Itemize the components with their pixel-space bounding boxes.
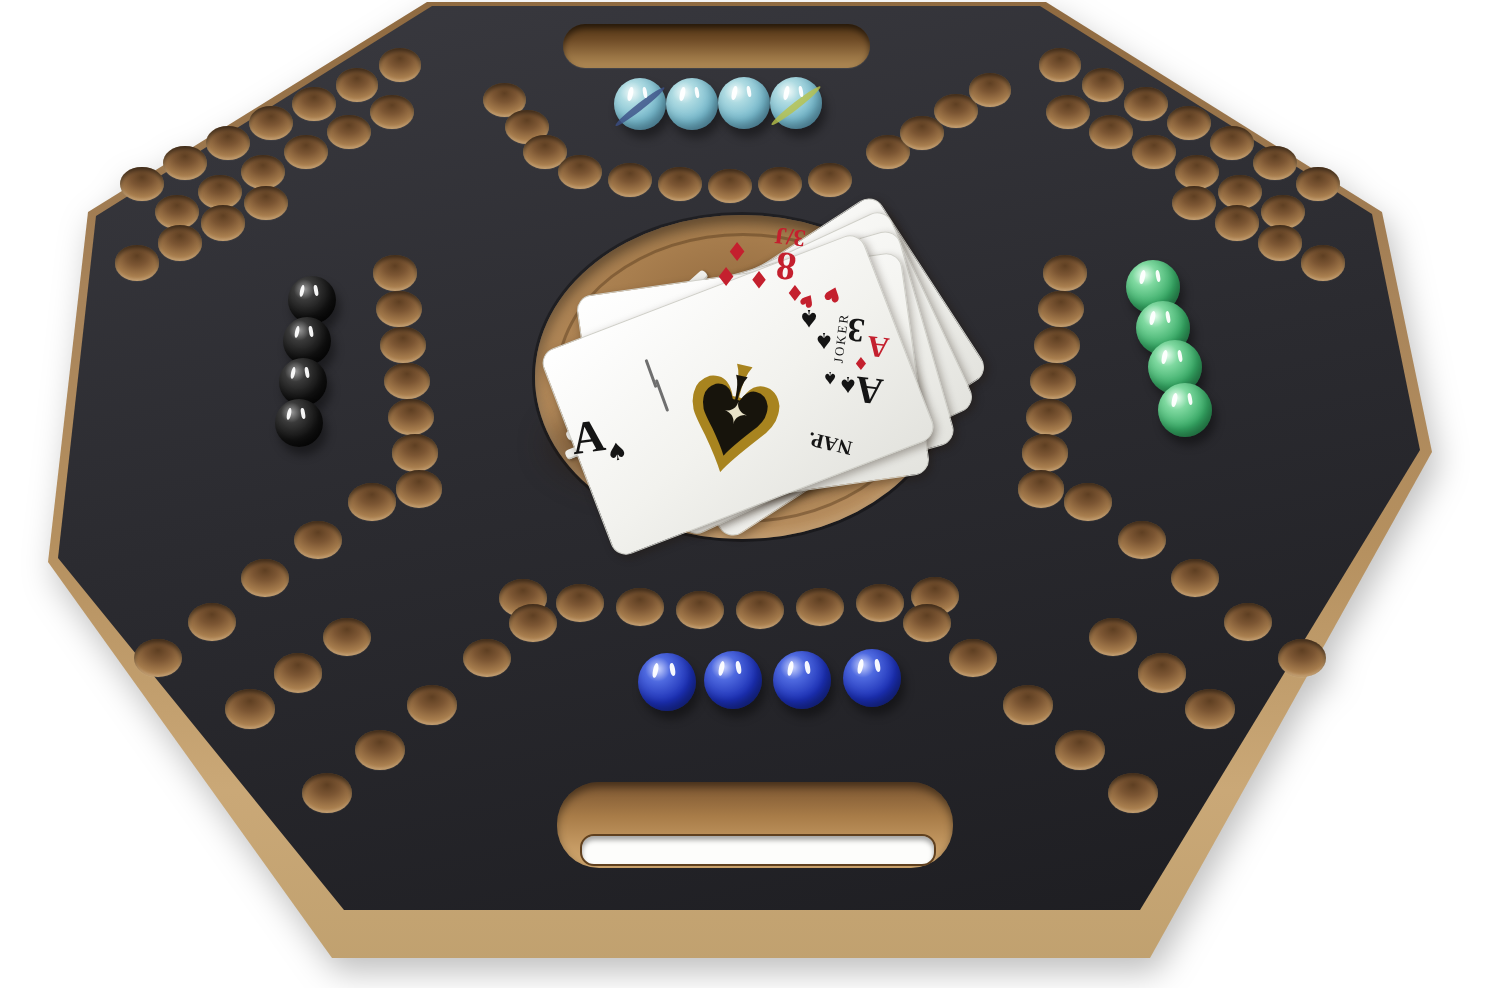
card-mark-pip: ♦ — [748, 267, 770, 291]
marble-highlight — [290, 366, 297, 379]
marble-highlight — [1161, 349, 1169, 364]
board-hole-top_arc[interactable] — [658, 167, 702, 202]
marble-highlight — [804, 661, 811, 674]
board-hole-left-home-column-mirrored[interactable] — [1026, 399, 1072, 436]
board-hole-bl-diagonal-outer-mirrored[interactable] — [1171, 559, 1219, 597]
board-hole-bl-diagonal-middle[interactable] — [355, 730, 405, 770]
green-marble[interactable] — [1158, 383, 1212, 437]
board-hole-tl-diagonal-outer[interactable] — [206, 126, 249, 160]
board-hole-bottom_arc[interactable] — [616, 588, 664, 627]
board-hole-left-home-column[interactable] — [388, 399, 434, 436]
board-hole-tl-diagonal-outer-mirrored[interactable] — [1210, 126, 1253, 160]
board-hole-tl-diagonal-outer[interactable] — [163, 146, 207, 180]
marble-highlight — [294, 325, 301, 338]
board-hole-tl-diagonal-outer[interactable] — [336, 68, 379, 102]
board-hole-bl-diagonal-outer-mirrored[interactable] — [1278, 639, 1327, 678]
board-hole-left-home-column[interactable] — [376, 291, 421, 327]
marble-highlight — [678, 87, 685, 101]
board-hole-left-home-column-mirrored[interactable] — [1030, 363, 1076, 399]
board-hole-bl-diagonal-outer[interactable] — [348, 483, 395, 521]
light-blue-marble[interactable] — [718, 77, 770, 129]
board-hole-tl-diagonal-middle[interactable] — [241, 155, 285, 190]
board-hole-bl-diagonal-middle-mirrored[interactable] — [903, 604, 951, 643]
board-hole-bl-diagonal-outer[interactable] — [294, 521, 341, 559]
card-mark-A: A — [865, 331, 890, 363]
board-hole-left-home-column-mirrored[interactable] — [1022, 434, 1069, 471]
card-mark-pip: ♦ — [714, 263, 737, 289]
board-hole-bl-diagonal-middle-mirrored[interactable] — [1003, 685, 1052, 724]
board-hole-left-home-column-mirrored[interactable] — [1038, 291, 1083, 327]
board-hole-left-home-column-mirrored[interactable] — [1034, 327, 1079, 363]
marble-highlight — [718, 661, 726, 677]
board-hole-tl-diagonal-outer-mirrored[interactable] — [1253, 146, 1297, 180]
marble-highlight — [305, 366, 311, 377]
board-hole-tl-diagonal-outer[interactable] — [292, 87, 335, 121]
board-hole-bl-diagonal-middle[interactable] — [407, 685, 456, 724]
marble-highlight — [314, 284, 320, 295]
board-hole-bottom_arc[interactable] — [796, 588, 844, 627]
jackaroo-board-photo: 3/J8♦♦♦♦♥♥3♠♠A♦JOKERA♠♠♠♠✦A♠NAP. — [0, 0, 1500, 988]
board-hole-top_arc[interactable] — [708, 169, 752, 204]
marble-highlight — [1155, 269, 1161, 281]
board-hole-tl-diagonal-inner-mirrored[interactable] — [1215, 205, 1259, 240]
blue-marble[interactable] — [843, 649, 901, 707]
board-hole-left-home-column[interactable] — [380, 327, 425, 363]
board-hole-bl-diagonal-inner-mirrored[interactable] — [1185, 689, 1234, 728]
marble-highlight — [652, 663, 660, 679]
board-hole-left-home-column[interactable] — [384, 363, 430, 399]
blue-marble[interactable] — [704, 651, 762, 709]
board-hole-tl-diagonal-middle-mirrored[interactable] — [1132, 135, 1176, 169]
marble-highlight — [1187, 392, 1193, 404]
board-hole-tl-diagonal-middle[interactable] — [370, 95, 413, 129]
bottom-carry-handle[interactable] — [557, 782, 953, 868]
board-hole-tl-diagonal-inner-mirrored[interactable] — [1258, 225, 1302, 260]
board-hole-top_arc[interactable] — [558, 155, 602, 190]
marble-highlight — [1171, 392, 1179, 407]
board-hole-tl-diagonal-inner[interactable] — [115, 245, 160, 280]
card-mark-A: A — [568, 412, 607, 462]
bottom-handle-slot — [580, 834, 936, 866]
marble-highlight — [1149, 310, 1157, 325]
marble-highlight — [309, 325, 315, 336]
board-hole-top_arc[interactable] — [758, 167, 802, 202]
marble-highlight — [286, 407, 293, 420]
marble-highlight — [735, 661, 742, 674]
marble-highlight — [694, 87, 700, 99]
board-hole-bl-diagonal-middle-mirrored[interactable] — [1108, 773, 1158, 813]
board-hole-left-home-column-mirrored[interactable] — [1043, 255, 1088, 290]
marble-highlight — [299, 284, 306, 297]
board-hole-tl-diagonal-outer-mirrored[interactable] — [1082, 68, 1125, 102]
marble-highlight — [746, 86, 752, 98]
board-hole-bl-diagonal-middle[interactable] — [509, 604, 557, 643]
marble-highlight — [730, 86, 737, 100]
board-hole-tl-diagonal-outer-mirrored[interactable] — [1296, 167, 1340, 202]
board-hole-top_arc[interactable] — [934, 94, 977, 128]
board-hole-tl-diagonal-middle-mirrored[interactable] — [1261, 195, 1305, 230]
board-hole-tl-diagonal-middle[interactable] — [327, 115, 370, 149]
blue-marble[interactable] — [638, 653, 696, 711]
board-hole-tl-diagonal-outer-mirrored[interactable] — [1124, 87, 1167, 121]
board-hole-bl-diagonal-inner[interactable] — [274, 653, 323, 692]
marble-highlight — [874, 659, 881, 672]
board-hole-tl-diagonal-middle[interactable] — [284, 135, 328, 169]
board-hole-left-home-column-mirrored[interactable] — [1018, 470, 1065, 507]
board-hole-tl-diagonal-middle-mirrored[interactable] — [1218, 175, 1262, 210]
blue-marble[interactable] — [773, 651, 831, 709]
board-hole-bl-diagonal-outer[interactable] — [241, 559, 289, 597]
card-mark-pip: ♠ — [822, 369, 837, 386]
board-hole-tl-diagonal-middle-mirrored[interactable] — [1089, 115, 1132, 149]
board-hole-bl-diagonal-middle[interactable] — [302, 773, 352, 813]
board-hole-bottom_arc[interactable] — [736, 591, 784, 630]
board-hole-bottom_arc[interactable] — [556, 584, 604, 622]
board-hole-top_arc[interactable] — [969, 73, 1012, 107]
board-hole-tl-diagonal-inner-mirrored[interactable] — [1301, 245, 1346, 280]
board-hole-bl-diagonal-outer-mirrored[interactable] — [1224, 603, 1272, 642]
light-blue-marble[interactable] — [770, 77, 822, 129]
board-hole-left-home-column[interactable] — [396, 470, 443, 507]
top-carry-handle[interactable] — [563, 24, 870, 68]
marble-highlight — [857, 659, 865, 675]
board-hole-tl-diagonal-middle-mirrored[interactable] — [1175, 155, 1219, 190]
board-hole-left-home-column[interactable] — [392, 434, 439, 471]
marble-highlight — [782, 86, 789, 100]
board-hole-tl-diagonal-outer-mirrored[interactable] — [1167, 106, 1210, 140]
light-blue-marble[interactable] — [614, 78, 666, 130]
board-hole-top_arc[interactable] — [808, 163, 852, 198]
board-hole-tl-diagonal-outer[interactable] — [249, 106, 292, 140]
board-hole-bl-diagonal-middle-mirrored[interactable] — [1055, 730, 1105, 770]
marble-highlight — [787, 661, 795, 677]
board-hole-tl-diagonal-outer-mirrored[interactable] — [1039, 48, 1082, 82]
marble-highlight — [1165, 310, 1171, 322]
board-hole-bl-diagonal-outer-mirrored[interactable] — [1064, 483, 1111, 521]
marble-highlight — [626, 87, 633, 101]
marble-highlight — [1139, 269, 1147, 284]
board-hole-tl-diagonal-inner-mirrored[interactable] — [1172, 186, 1216, 221]
marble-highlight — [642, 87, 648, 99]
board-hole-bl-diagonal-inner-mirrored[interactable] — [1138, 653, 1187, 692]
board-hole-tl-diagonal-inner[interactable] — [244, 186, 288, 221]
card-mark-pip: ♠ — [605, 439, 630, 466]
board-hole-bottom_arc[interactable] — [856, 584, 904, 622]
marble-highlight — [669, 663, 676, 676]
board-hole-bl-diagonal-outer[interactable] — [188, 603, 236, 642]
board-hole-tl-diagonal-middle-mirrored[interactable] — [1046, 95, 1089, 129]
black-marble[interactable] — [275, 399, 323, 447]
board-hole-bl-diagonal-inner[interactable] — [225, 689, 274, 728]
board-hole-top_arc[interactable] — [608, 163, 652, 198]
board-hole-tl-diagonal-middle[interactable] — [198, 175, 242, 210]
light-blue-marble[interactable] — [666, 78, 718, 130]
board-hole-tl-diagonal-inner[interactable] — [201, 205, 245, 240]
board-hole-tl-diagonal-middle[interactable] — [155, 195, 199, 230]
board: 3/J8♦♦♦♦♥♥3♠♠A♦JOKERA♠♠♠♠✦A♠NAP. — [0, 0, 1500, 988]
card-mark-pip: ♠ — [838, 373, 858, 395]
marble-highlight — [798, 86, 804, 98]
marble-highlight — [1177, 349, 1183, 361]
board-hole-bl-diagonal-outer-mirrored[interactable] — [1118, 521, 1165, 559]
board-hole-tl-diagonal-outer[interactable] — [379, 48, 422, 82]
board-hole-tl-diagonal-outer[interactable] — [120, 167, 164, 202]
marble-highlight — [301, 407, 307, 418]
board-hole-bottom_arc[interactable] — [676, 591, 724, 630]
card-mark-pip: ♠ — [798, 306, 820, 330]
board-hole-tl-diagonal-inner[interactable] — [158, 225, 202, 260]
board-hole-left-home-column[interactable] — [373, 255, 418, 290]
